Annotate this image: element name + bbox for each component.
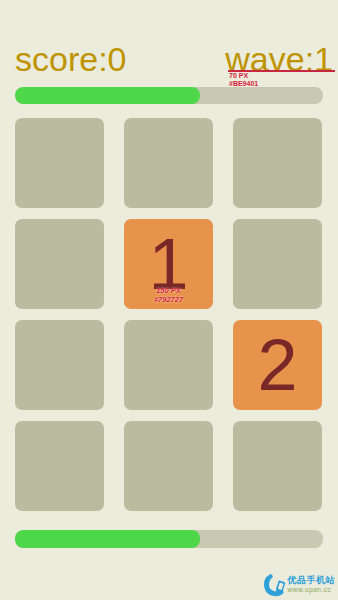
top-progress-bar	[15, 87, 323, 104]
watermark-url: www.upan.cc	[288, 586, 336, 593]
empty-cell-r4c2	[124, 421, 213, 511]
game-screen: score:0 wave:1 70 PX #BE9401 12 150 PX #…	[0, 0, 338, 600]
tile-annotation-text: 150 PX #792727	[124, 287, 213, 304]
watermark-logo-icon	[264, 573, 286, 597]
empty-cell-r2c3	[233, 219, 322, 309]
empty-cell-r1c3	[233, 118, 322, 208]
watermark: 优品手机站 www.upan.cc	[264, 573, 336, 597]
bottom-progress-bar	[15, 530, 323, 548]
empty-cell-r3c2	[124, 320, 213, 410]
empty-cell-r3c1	[15, 320, 104, 410]
watermark-text: 优品手机站 www.upan.cc	[288, 576, 336, 593]
wave-annotation-text: 70 PX #BE9401	[229, 72, 258, 87]
empty-cell-r1c2	[124, 118, 213, 208]
empty-cell-r1c1	[15, 118, 104, 208]
empty-cell-r4c3	[233, 421, 322, 511]
empty-cell-r2c1	[15, 219, 104, 309]
watermark-site-name: 优品手机站	[288, 576, 336, 586]
board[interactable]: 12	[15, 118, 322, 511]
top-progress-fill	[15, 87, 200, 104]
tile-2: 2	[233, 320, 322, 410]
bottom-progress-fill	[15, 530, 200, 548]
score-label: score:0	[15, 42, 127, 76]
empty-cell-r4c1	[15, 421, 104, 511]
